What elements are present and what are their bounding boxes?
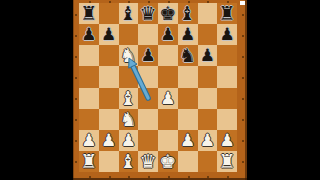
coordinate-tick xyxy=(207,1,209,3)
coordinate-tick xyxy=(168,1,170,3)
square-d2[interactable] xyxy=(138,130,158,151)
black-rook[interactable]: ♜ xyxy=(219,4,236,23)
coordinate-tick xyxy=(242,56,244,58)
black-king[interactable]: ♚ xyxy=(159,4,176,23)
coordinate-tick xyxy=(75,161,77,163)
white-king[interactable]: ♚ xyxy=(159,152,176,171)
white-pawn[interactable]: ♟ xyxy=(200,132,215,149)
square-c5[interactable] xyxy=(119,66,139,87)
coordinate-tick xyxy=(227,176,229,178)
coordinate-tick xyxy=(128,1,130,3)
square-d8[interactable]: ♛ xyxy=(138,3,158,24)
coordinate-tick xyxy=(242,161,244,163)
square-g6[interactable]: ♟ xyxy=(198,45,218,66)
square-g2[interactable]: ♟ xyxy=(198,130,218,151)
square-g1[interactable] xyxy=(198,151,218,172)
square-e2[interactable] xyxy=(158,130,178,151)
square-b8[interactable] xyxy=(99,3,119,24)
coordinate-tick xyxy=(148,176,150,178)
coordinate-tick xyxy=(227,1,229,3)
letterbox-left xyxy=(0,0,73,180)
square-d3[interactable] xyxy=(138,109,158,130)
square-f4[interactable] xyxy=(178,88,198,109)
black-rook[interactable]: ♜ xyxy=(80,4,97,23)
coordinate-tick xyxy=(168,176,170,178)
square-h7[interactable]: ♟ xyxy=(217,24,237,45)
square-a2[interactable]: ♟ xyxy=(79,130,99,151)
square-f5[interactable] xyxy=(178,66,198,87)
white-pawn[interactable]: ♟ xyxy=(121,132,136,149)
coordinate-tick xyxy=(89,1,91,3)
square-h1[interactable]: ♜ xyxy=(217,151,237,172)
coordinate-tick xyxy=(188,1,190,3)
black-pawn[interactable]: ♟ xyxy=(141,47,156,64)
coordinate-tick xyxy=(75,56,77,58)
board-squares: ♜♝♛♚♝♜♟♟♟♟♟♞♟♞♟♝♟♞♟♟♟♟♟♟♜♝♛♚♜ xyxy=(79,3,237,172)
white-pawn[interactable]: ♟ xyxy=(81,132,96,149)
square-h6[interactable] xyxy=(217,45,237,66)
coordinate-tick xyxy=(89,176,91,178)
square-c3[interactable]: ♞ xyxy=(119,109,139,130)
black-pawn[interactable]: ♟ xyxy=(101,26,116,43)
white-rook[interactable]: ♜ xyxy=(80,152,97,171)
square-h8[interactable]: ♜ xyxy=(217,3,237,24)
square-h5[interactable] xyxy=(217,66,237,87)
black-pawn[interactable]: ♟ xyxy=(200,47,215,64)
black-pawn[interactable]: ♟ xyxy=(81,26,96,43)
square-c6[interactable]: ♞ xyxy=(119,45,139,66)
square-f1[interactable] xyxy=(178,151,198,172)
square-d6[interactable]: ♟ xyxy=(138,45,158,66)
square-a3[interactable] xyxy=(79,109,99,130)
square-e4[interactable]: ♟ xyxy=(158,88,178,109)
square-d7[interactable] xyxy=(138,24,158,45)
black-pawn[interactable]: ♟ xyxy=(180,26,195,43)
white-pawn[interactable]: ♟ xyxy=(220,132,235,149)
square-c2[interactable]: ♟ xyxy=(119,130,139,151)
square-b6[interactable] xyxy=(99,45,119,66)
black-pawn[interactable]: ♟ xyxy=(160,26,175,43)
letterbox-right xyxy=(247,0,320,180)
square-b1[interactable] xyxy=(99,151,119,172)
square-e7[interactable]: ♟ xyxy=(158,24,178,45)
white-rook[interactable]: ♜ xyxy=(219,152,236,171)
square-f2[interactable]: ♟ xyxy=(178,130,198,151)
square-g3[interactable] xyxy=(198,109,218,130)
white-pawn[interactable]: ♟ xyxy=(101,132,116,149)
video-frame: ♜♝♛♚♝♜♟♟♟♟♟♞♟♞♟♝♟♞♟♟♟♟♟♟♜♝♛♚♜ xyxy=(0,0,320,180)
coordinate-tick xyxy=(148,1,150,3)
square-f8[interactable]: ♝ xyxy=(178,3,198,24)
square-a5[interactable] xyxy=(79,66,99,87)
square-a8[interactable]: ♜ xyxy=(79,3,99,24)
square-e1[interactable]: ♚ xyxy=(158,151,178,172)
coordinate-tick xyxy=(242,140,244,142)
chessboard[interactable]: ♜♝♛♚♝♜♟♟♟♟♟♞♟♞♟♝♟♞♟♟♟♟♟♟♜♝♛♚♜ xyxy=(73,0,247,180)
coordinate-tick xyxy=(242,119,244,121)
black-bishop[interactable]: ♝ xyxy=(179,4,196,23)
coordinate-tick xyxy=(109,176,111,178)
square-a1[interactable]: ♜ xyxy=(79,151,99,172)
square-c4[interactable]: ♝ xyxy=(119,88,139,109)
square-b7[interactable]: ♟ xyxy=(99,24,119,45)
coordinate-tick xyxy=(242,14,244,16)
square-e3[interactable] xyxy=(158,109,178,130)
black-queen[interactable]: ♛ xyxy=(140,4,157,23)
square-e6[interactable] xyxy=(158,45,178,66)
coordinate-tick xyxy=(242,77,244,79)
square-g8[interactable] xyxy=(198,3,218,24)
coordinate-tick xyxy=(75,77,77,79)
coordinate-tick xyxy=(207,176,209,178)
square-b2[interactable]: ♟ xyxy=(99,130,119,151)
coordinate-tick xyxy=(75,35,77,37)
square-c8[interactable]: ♝ xyxy=(119,3,139,24)
white-bishop[interactable]: ♝ xyxy=(120,89,137,108)
coordinate-tick xyxy=(109,1,111,3)
coordinate-tick xyxy=(75,119,77,121)
square-c7[interactable] xyxy=(119,24,139,45)
coordinate-tick xyxy=(75,14,77,16)
black-pawn[interactable]: ♟ xyxy=(220,26,235,43)
white-knight[interactable]: ♞ xyxy=(120,110,137,129)
square-f7[interactable]: ♟ xyxy=(178,24,198,45)
white-bishop[interactable]: ♝ xyxy=(120,152,137,171)
corner-marker xyxy=(240,1,245,5)
coordinate-tick xyxy=(128,176,130,178)
square-g4[interactable] xyxy=(198,88,218,109)
square-a7[interactable]: ♟ xyxy=(79,24,99,45)
square-e5[interactable] xyxy=(158,66,178,87)
square-d1[interactable]: ♛ xyxy=(138,151,158,172)
white-knight[interactable]: ♞ xyxy=(120,46,137,65)
square-a6[interactable] xyxy=(79,45,99,66)
square-g7[interactable] xyxy=(198,24,218,45)
square-b3[interactable] xyxy=(99,109,119,130)
white-pawn[interactable]: ♟ xyxy=(180,132,195,149)
white-queen[interactable]: ♛ xyxy=(140,152,157,171)
square-h3[interactable] xyxy=(217,109,237,130)
coordinate-tick xyxy=(242,35,244,37)
square-h2[interactable]: ♟ xyxy=(217,130,237,151)
square-d4[interactable] xyxy=(138,88,158,109)
square-d5[interactable] xyxy=(138,66,158,87)
square-e8[interactable]: ♚ xyxy=(158,3,178,24)
square-g5[interactable] xyxy=(198,66,218,87)
square-b5[interactable] xyxy=(99,66,119,87)
square-a4[interactable] xyxy=(79,88,99,109)
coordinate-tick xyxy=(242,98,244,100)
black-knight[interactable]: ♞ xyxy=(179,46,196,65)
coordinate-tick xyxy=(188,176,190,178)
square-b4[interactable] xyxy=(99,88,119,109)
square-h4[interactable] xyxy=(217,88,237,109)
coordinate-tick xyxy=(75,140,77,142)
square-f6[interactable]: ♞ xyxy=(178,45,198,66)
black-bishop[interactable]: ♝ xyxy=(120,4,137,23)
square-f3[interactable] xyxy=(178,109,198,130)
coordinate-tick xyxy=(75,98,77,100)
white-pawn[interactable]: ♟ xyxy=(160,90,175,107)
square-c1[interactable]: ♝ xyxy=(119,151,139,172)
